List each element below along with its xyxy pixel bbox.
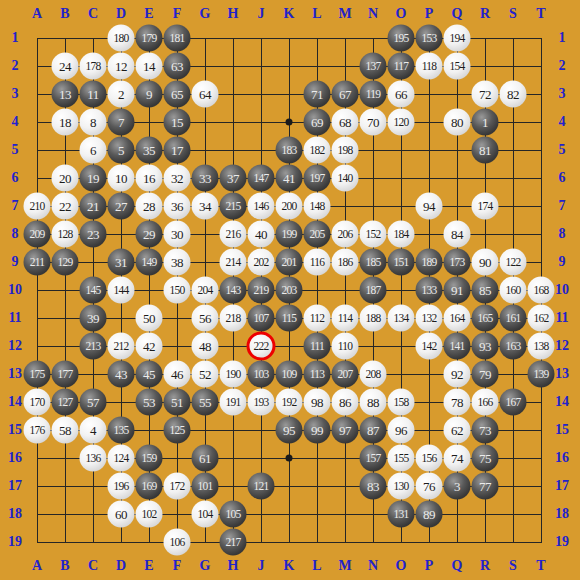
go-stone-D13-move-43[interactable]: 43 — [108, 361, 135, 388]
go-stone-G3-move-64[interactable]: 64 — [192, 81, 219, 108]
go-stone-G16-move-61[interactable]: 61 — [192, 445, 219, 472]
go-stone-S14-move-167[interactable]: 167 — [500, 389, 527, 416]
go-stone-P10-move-133[interactable]: 133 — [416, 277, 443, 304]
col-label-top: E — [137, 6, 161, 22]
go-stone-Q11-move-164[interactable]: 164 — [444, 305, 471, 332]
go-stone-F7-move-36[interactable]: 36 — [164, 193, 191, 220]
go-stone-L11-move-112[interactable]: 112 — [304, 305, 331, 332]
go-stone-H13-move-190[interactable]: 190 — [220, 361, 247, 388]
go-stone-C7-move-21[interactable]: 21 — [80, 193, 107, 220]
col-label-bottom: R — [473, 558, 497, 574]
go-stone-R9-move-90[interactable]: 90 — [472, 249, 499, 276]
go-stone-M5-move-198[interactable]: 198 — [332, 137, 359, 164]
col-label-bottom: Q — [445, 558, 469, 574]
go-stone-J14-move-193[interactable]: 193 — [248, 389, 275, 416]
go-stone-F4-move-15[interactable]: 15 — [164, 109, 191, 136]
go-stone-B2-move-24[interactable]: 24 — [52, 53, 79, 80]
go-stone-L9-move-116[interactable]: 116 — [304, 249, 331, 276]
grid-line-horizontal — [37, 542, 542, 543]
go-stone-C15-move-4[interactable]: 4 — [80, 417, 107, 444]
col-label-bottom: A — [25, 558, 49, 574]
go-stone-C3-move-11[interactable]: 11 — [80, 81, 107, 108]
go-stone-N3-move-119[interactable]: 119 — [360, 81, 387, 108]
row-label-left: 10 — [3, 282, 27, 298]
go-stone-J7-move-146[interactable]: 146 — [248, 193, 275, 220]
col-label-top: O — [389, 6, 413, 22]
go-stone-J17-move-121[interactable]: 121 — [248, 473, 275, 500]
go-stone-C2-move-178[interactable]: 178 — [80, 53, 107, 80]
go-stone-P12-move-142[interactable]: 142 — [416, 333, 443, 360]
go-stone-Q8-move-84[interactable]: 84 — [444, 221, 471, 248]
go-stone-P18-move-89[interactable]: 89 — [416, 501, 443, 528]
go-stone-Q14-move-78[interactable]: 78 — [444, 389, 471, 416]
go-stone-R13-move-79[interactable]: 79 — [472, 361, 499, 388]
go-stone-M3-move-67[interactable]: 67 — [332, 81, 359, 108]
col-label-bottom: D — [109, 558, 133, 574]
go-stone-E11-move-50[interactable]: 50 — [136, 305, 163, 332]
go-stone-Q15-move-62[interactable]: 62 — [444, 417, 471, 444]
go-stone-K14-move-192[interactable]: 192 — [276, 389, 303, 416]
go-stone-O4-move-120[interactable]: 120 — [388, 109, 415, 136]
go-stone-P7-move-94[interactable]: 94 — [416, 193, 443, 220]
go-stone-N15-move-87[interactable]: 87 — [360, 417, 387, 444]
go-stone-R11-move-165[interactable]: 165 — [472, 305, 499, 332]
go-stone-D15-move-135[interactable]: 135 — [108, 417, 135, 444]
go-stone-D9-move-31[interactable]: 31 — [108, 249, 135, 276]
go-stone-S9-move-122[interactable]: 122 — [500, 249, 527, 276]
go-stone-L14-move-98[interactable]: 98 — [304, 389, 331, 416]
col-label-bottom: J — [249, 558, 273, 574]
go-stone-Q16-move-74[interactable]: 74 — [444, 445, 471, 472]
go-stone-T11-move-162[interactable]: 162 — [528, 305, 555, 332]
go-stone-E3-move-9[interactable]: 9 — [136, 81, 163, 108]
go-stone-A13-move-175[interactable]: 175 — [24, 361, 51, 388]
col-label-top: C — [81, 6, 105, 22]
row-label-left: 17 — [3, 478, 27, 494]
go-stone-C11-move-39[interactable]: 39 — [80, 305, 107, 332]
go-stone-E14-move-53[interactable]: 53 — [136, 389, 163, 416]
go-stone-H18-move-105[interactable]: 105 — [220, 501, 247, 528]
row-label-right: 1 — [550, 30, 574, 46]
col-label-bottom: P — [417, 558, 441, 574]
go-stone-N16-move-157[interactable]: 157 — [360, 445, 387, 472]
go-stone-L7-move-148[interactable]: 148 — [304, 193, 331, 220]
go-stone-C8-move-23[interactable]: 23 — [80, 221, 107, 248]
col-label-bottom: L — [305, 558, 329, 574]
row-label-left: 4 — [3, 114, 27, 130]
go-stone-J6-move-147[interactable]: 147 — [248, 165, 275, 192]
col-label-bottom: C — [81, 558, 105, 574]
go-stone-P9-move-189[interactable]: 189 — [416, 249, 443, 276]
col-label-bottom: K — [277, 558, 301, 574]
row-label-left: 5 — [3, 142, 27, 158]
go-stone-B13-move-177[interactable]: 177 — [52, 361, 79, 388]
row-label-left: 1 — [3, 30, 27, 46]
go-stone-E8-move-29[interactable]: 29 — [136, 221, 163, 248]
go-diagram-page: { "game": "go", "board": { "size": 19, "… — [0, 0, 580, 580]
col-label-top: T — [529, 6, 553, 22]
go-stone-G7-move-34[interactable]: 34 — [192, 193, 219, 220]
go-stone-L3-move-71[interactable]: 71 — [304, 81, 331, 108]
col-label-top: R — [473, 6, 497, 22]
go-stone-N13-move-208[interactable]: 208 — [360, 361, 387, 388]
go-stone-Q10-move-91[interactable]: 91 — [444, 277, 471, 304]
go-stone-Q1-move-194[interactable]: 194 — [444, 25, 471, 52]
go-stone-R15-move-73[interactable]: 73 — [472, 417, 499, 444]
go-stone-T12-move-138[interactable]: 138 — [528, 333, 555, 360]
go-stone-S10-move-160[interactable]: 160 — [500, 277, 527, 304]
col-label-top: Q — [445, 6, 469, 22]
go-stone-M4-move-68[interactable]: 68 — [332, 109, 359, 136]
col-label-top: M — [333, 6, 357, 22]
go-stone-G14-move-55[interactable]: 55 — [192, 389, 219, 416]
go-stone-E2-move-14[interactable]: 14 — [136, 53, 163, 80]
go-stone-D16-move-124[interactable]: 124 — [108, 445, 135, 472]
go-stone-K13-move-109[interactable]: 109 — [276, 361, 303, 388]
row-label-left: 19 — [3, 534, 27, 550]
go-stone-L15-move-99[interactable]: 99 — [304, 417, 331, 444]
go-stone-O17-move-130[interactable]: 130 — [388, 473, 415, 500]
row-label-right: 14 — [550, 394, 574, 410]
col-label-bottom: F — [165, 558, 189, 574]
go-stone-Q2-move-154[interactable]: 154 — [444, 53, 471, 80]
go-stone-G17-move-101[interactable]: 101 — [192, 473, 219, 500]
row-label-left: 11 — [3, 310, 27, 326]
col-label-bottom: B — [53, 558, 77, 574]
go-stone-D7-move-27[interactable]: 27 — [108, 193, 135, 220]
row-label-right: 16 — [550, 450, 574, 466]
go-stone-C5-move-6[interactable]: 6 — [80, 137, 107, 164]
go-stone-K5-move-183[interactable]: 183 — [276, 137, 303, 164]
row-label-right: 9 — [550, 254, 574, 270]
go-stone-R5-move-81[interactable]: 81 — [472, 137, 499, 164]
go-stone-E17-move-169[interactable]: 169 — [136, 473, 163, 500]
go-stone-F2-move-63[interactable]: 63 — [164, 53, 191, 80]
go-stone-R12-move-93[interactable]: 93 — [472, 333, 499, 360]
go-stone-P2-move-118[interactable]: 118 — [416, 53, 443, 80]
go-stone-N17-move-83[interactable]: 83 — [360, 473, 387, 500]
go-stone-B14-move-127[interactable]: 127 — [52, 389, 79, 416]
go-board[interactable]: AABBCCDDEEFFGGHHJJKKLLMMNNOOPPQQRRSSTT11… — [0, 0, 580, 580]
row-label-right: 4 — [550, 114, 574, 130]
go-stone-H9-move-214[interactable]: 214 — [220, 249, 247, 276]
go-stone-P1-move-153[interactable]: 153 — [416, 25, 443, 52]
go-stone-C12-move-213[interactable]: 213 — [80, 333, 107, 360]
go-stone-Q13-move-92[interactable]: 92 — [444, 361, 471, 388]
go-stone-B6-move-20[interactable]: 20 — [52, 165, 79, 192]
col-label-top: L — [305, 6, 329, 22]
col-label-top: J — [249, 6, 273, 22]
go-stone-N14-move-88[interactable]: 88 — [360, 389, 387, 416]
col-label-bottom: G — [193, 558, 217, 574]
go-stone-L13-move-113[interactable]: 113 — [304, 361, 331, 388]
col-label-bottom: S — [501, 558, 525, 574]
go-stone-L12-move-111[interactable]: 111 — [304, 333, 331, 360]
go-stone-D18-move-60[interactable]: 60 — [108, 501, 135, 528]
go-stone-G11-move-56[interactable]: 56 — [192, 305, 219, 332]
go-stone-O1-move-195[interactable]: 195 — [388, 25, 415, 52]
go-stone-Q4-move-80[interactable]: 80 — [444, 109, 471, 136]
go-stone-A7-move-210[interactable]: 210 — [24, 193, 51, 220]
go-stone-E12-move-42[interactable]: 42 — [136, 333, 163, 360]
row-label-left: 12 — [3, 338, 27, 354]
go-stone-E18-move-102[interactable]: 102 — [136, 501, 163, 528]
col-label-top: A — [25, 6, 49, 22]
col-label-bottom: T — [529, 558, 553, 574]
go-stone-O15-move-96[interactable]: 96 — [388, 417, 415, 444]
go-stone-Q9-move-173[interactable]: 173 — [444, 249, 471, 276]
go-stone-O16-move-155[interactable]: 155 — [388, 445, 415, 472]
go-stone-G18-move-104[interactable]: 104 — [192, 501, 219, 528]
go-stone-R3-move-72[interactable]: 72 — [472, 81, 499, 108]
go-stone-C4-move-8[interactable]: 8 — [80, 109, 107, 136]
go-stone-C16-move-136[interactable]: 136 — [80, 445, 107, 472]
go-stone-D3-move-2[interactable]: 2 — [108, 81, 135, 108]
go-stone-O11-move-134[interactable]: 134 — [388, 305, 415, 332]
row-label-right: 19 — [550, 534, 574, 550]
go-stone-R14-move-166[interactable]: 166 — [472, 389, 499, 416]
row-label-left: 2 — [3, 58, 27, 74]
go-stone-P17-move-76[interactable]: 76 — [416, 473, 443, 500]
go-stone-F14-move-51[interactable]: 51 — [164, 389, 191, 416]
go-stone-F3-move-65[interactable]: 65 — [164, 81, 191, 108]
row-label-right: 8 — [550, 226, 574, 242]
go-stone-D1-move-180[interactable]: 180 — [108, 25, 135, 52]
go-stone-B15-move-58[interactable]: 58 — [52, 417, 79, 444]
go-stone-M9-move-186[interactable]: 186 — [332, 249, 359, 276]
go-stone-G6-move-33[interactable]: 33 — [192, 165, 219, 192]
go-stone-H19-move-217[interactable]: 217 — [220, 529, 247, 556]
go-stone-N10-move-187[interactable]: 187 — [360, 277, 387, 304]
go-stone-O8-move-184[interactable]: 184 — [388, 221, 415, 248]
go-stone-F19-move-106[interactable]: 106 — [164, 529, 191, 556]
go-stone-C6-move-19[interactable]: 19 — [80, 165, 107, 192]
go-stone-F9-move-38[interactable]: 38 — [164, 249, 191, 276]
col-label-bottom: O — [389, 558, 413, 574]
go-stone-B8-move-128[interactable]: 128 — [52, 221, 79, 248]
go-stone-N8-move-152[interactable]: 152 — [360, 221, 387, 248]
row-label-right: 15 — [550, 422, 574, 438]
col-label-bottom: H — [221, 558, 245, 574]
go-stone-J12-move-222[interactable]: 222 — [248, 333, 275, 360]
go-stone-O9-move-151[interactable]: 151 — [388, 249, 415, 276]
go-stone-K7-move-200[interactable]: 200 — [276, 193, 303, 220]
col-label-bottom: M — [333, 558, 357, 574]
col-label-top: D — [109, 6, 133, 22]
go-stone-J11-move-107[interactable]: 107 — [248, 305, 275, 332]
go-stone-A14-move-170[interactable]: 170 — [24, 389, 51, 416]
row-label-right: 17 — [550, 478, 574, 494]
go-stone-B7-move-22[interactable]: 22 — [52, 193, 79, 220]
go-stone-E6-move-16[interactable]: 16 — [136, 165, 163, 192]
row-label-right: 6 — [550, 170, 574, 186]
go-stone-R17-move-77[interactable]: 77 — [472, 473, 499, 500]
row-label-right: 7 — [550, 198, 574, 214]
go-stone-N11-move-188[interactable]: 188 — [360, 305, 387, 332]
go-stone-H6-move-37[interactable]: 37 — [220, 165, 247, 192]
go-stone-R7-move-174[interactable]: 174 — [472, 193, 499, 220]
col-label-top: B — [53, 6, 77, 22]
go-stone-D17-move-196[interactable]: 196 — [108, 473, 135, 500]
go-stone-F10-move-150[interactable]: 150 — [164, 277, 191, 304]
go-stone-D10-move-144[interactable]: 144 — [108, 277, 135, 304]
go-stone-B3-move-13[interactable]: 13 — [52, 81, 79, 108]
go-stone-C14-move-57[interactable]: 57 — [80, 389, 107, 416]
go-stone-H10-move-143[interactable]: 143 — [220, 277, 247, 304]
go-stone-M6-move-140[interactable]: 140 — [332, 165, 359, 192]
go-stone-D5-move-5[interactable]: 5 — [108, 137, 135, 164]
go-stone-K6-move-41[interactable]: 41 — [276, 165, 303, 192]
go-stone-D4-move-7[interactable]: 7 — [108, 109, 135, 136]
go-stone-G10-move-204[interactable]: 204 — [192, 277, 219, 304]
go-stone-F17-move-172[interactable]: 172 — [164, 473, 191, 500]
row-label-right: 5 — [550, 142, 574, 158]
row-label-right: 2 — [550, 58, 574, 74]
go-stone-B9-move-129[interactable]: 129 — [52, 249, 79, 276]
go-stone-S12-move-163[interactable]: 163 — [500, 333, 527, 360]
go-stone-P16-move-156[interactable]: 156 — [416, 445, 443, 472]
go-stone-F15-move-125[interactable]: 125 — [164, 417, 191, 444]
go-stone-N4-move-70[interactable]: 70 — [360, 109, 387, 136]
go-stone-M14-move-86[interactable]: 86 — [332, 389, 359, 416]
go-stone-G13-move-52[interactable]: 52 — [192, 361, 219, 388]
go-stone-F13-move-46[interactable]: 46 — [164, 361, 191, 388]
row-label-left: 3 — [3, 86, 27, 102]
col-label-top: N — [361, 6, 385, 22]
go-stone-O2-move-117[interactable]: 117 — [388, 53, 415, 80]
go-stone-J8-move-40[interactable]: 40 — [248, 221, 275, 248]
go-stone-M8-move-206[interactable]: 206 — [332, 221, 359, 248]
go-stone-H7-move-215[interactable]: 215 — [220, 193, 247, 220]
go-stone-Q12-move-141[interactable]: 141 — [444, 333, 471, 360]
go-stone-B4-move-18[interactable]: 18 — [52, 109, 79, 136]
go-stone-H14-move-191[interactable]: 191 — [220, 389, 247, 416]
row-label-left: 6 — [3, 170, 27, 186]
go-stone-E13-move-45[interactable]: 45 — [136, 361, 163, 388]
star-point — [286, 119, 293, 126]
go-stone-A15-move-176[interactable]: 176 — [24, 417, 51, 444]
col-label-bottom: N — [361, 558, 385, 574]
go-stone-K10-move-203[interactable]: 203 — [276, 277, 303, 304]
go-stone-O14-move-158[interactable]: 158 — [388, 389, 415, 416]
go-stone-N2-move-137[interactable]: 137 — [360, 53, 387, 80]
go-stone-K11-move-115[interactable]: 115 — [276, 305, 303, 332]
col-label-top: F — [165, 6, 189, 22]
go-stone-J13-move-103[interactable]: 103 — [248, 361, 275, 388]
go-stone-Q17-move-3[interactable]: 3 — [444, 473, 471, 500]
go-stone-F6-move-32[interactable]: 32 — [164, 165, 191, 192]
go-stone-L5-move-182[interactable]: 182 — [304, 137, 331, 164]
star-point — [286, 455, 293, 462]
row-label-right: 3 — [550, 86, 574, 102]
go-stone-F5-move-17[interactable]: 17 — [164, 137, 191, 164]
row-label-left: 16 — [3, 450, 27, 466]
go-stone-A8-move-209[interactable]: 209 — [24, 221, 51, 248]
go-stone-H11-move-218[interactable]: 218 — [220, 305, 247, 332]
col-label-top: P — [417, 6, 441, 22]
go-stone-N9-move-185[interactable]: 185 — [360, 249, 387, 276]
go-stone-J9-move-202[interactable]: 202 — [248, 249, 275, 276]
go-stone-L6-move-197[interactable]: 197 — [304, 165, 331, 192]
go-stone-E1-move-179[interactable]: 179 — [136, 25, 163, 52]
col-label-top: H — [221, 6, 245, 22]
go-stone-T13-move-139[interactable]: 139 — [528, 361, 555, 388]
row-label-right: 18 — [550, 506, 574, 522]
go-stone-T10-move-168[interactable]: 168 — [528, 277, 555, 304]
col-label-bottom: E — [137, 558, 161, 574]
go-stone-O18-move-131[interactable]: 131 — [388, 501, 415, 528]
go-stone-L4-move-69[interactable]: 69 — [304, 109, 331, 136]
go-stone-R16-move-75[interactable]: 75 — [472, 445, 499, 472]
go-stone-E9-move-149[interactable]: 149 — [136, 249, 163, 276]
go-stone-K8-move-199[interactable]: 199 — [276, 221, 303, 248]
go-stone-G12-move-48[interactable]: 48 — [192, 333, 219, 360]
go-stone-S11-move-161[interactable]: 161 — [500, 305, 527, 332]
go-stone-D6-move-10[interactable]: 10 — [108, 165, 135, 192]
go-stone-C10-move-145[interactable]: 145 — [80, 277, 107, 304]
go-stone-F8-move-30[interactable]: 30 — [164, 221, 191, 248]
go-stone-M12-move-110[interactable]: 110 — [332, 333, 359, 360]
go-stone-R4-move-1[interactable]: 1 — [472, 109, 499, 136]
go-stone-E5-move-35[interactable]: 35 — [136, 137, 163, 164]
go-stone-M11-move-114[interactable]: 114 — [332, 305, 359, 332]
go-stone-E16-move-159[interactable]: 159 — [136, 445, 163, 472]
go-stone-S3-move-82[interactable]: 82 — [500, 81, 527, 108]
col-label-top: S — [501, 6, 525, 22]
go-stone-H8-move-216[interactable]: 216 — [220, 221, 247, 248]
go-stone-M13-move-207[interactable]: 207 — [332, 361, 359, 388]
col-label-top: K — [277, 6, 301, 22]
go-stone-L8-move-205[interactable]: 205 — [304, 221, 331, 248]
go-stone-J10-move-219[interactable]: 219 — [248, 277, 275, 304]
go-stone-P11-move-132[interactable]: 132 — [416, 305, 443, 332]
go-stone-D12-move-212[interactable]: 212 — [108, 333, 135, 360]
col-label-top: G — [193, 6, 217, 22]
go-stone-E7-move-28[interactable]: 28 — [136, 193, 163, 220]
go-stone-K15-move-95[interactable]: 95 — [276, 417, 303, 444]
go-stone-F1-move-181[interactable]: 181 — [164, 25, 191, 52]
row-label-left: 18 — [3, 506, 27, 522]
go-stone-M15-move-97[interactable]: 97 — [332, 417, 359, 444]
go-stone-D2-move-12[interactable]: 12 — [108, 53, 135, 80]
go-stone-R10-move-85[interactable]: 85 — [472, 277, 499, 304]
go-stone-A9-move-211[interactable]: 211 — [24, 249, 51, 276]
go-stone-O3-move-66[interactable]: 66 — [388, 81, 415, 108]
go-stone-K9-move-201[interactable]: 201 — [276, 249, 303, 276]
